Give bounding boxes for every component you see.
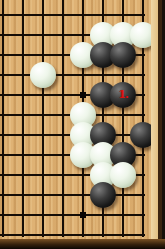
intersection[interactable] bbox=[13, 185, 33, 205]
intersection[interactable] bbox=[33, 85, 53, 105]
intersection[interactable] bbox=[33, 5, 53, 25]
intersection[interactable] bbox=[0, 165, 13, 185]
intersection[interactable] bbox=[0, 5, 13, 25]
intersection[interactable] bbox=[93, 185, 113, 205]
intersection[interactable] bbox=[73, 205, 93, 225]
intersection[interactable] bbox=[53, 85, 73, 105]
intersection[interactable] bbox=[33, 165, 53, 185]
intersection[interactable] bbox=[133, 45, 153, 65]
intersection[interactable] bbox=[133, 185, 153, 205]
intersection[interactable] bbox=[133, 205, 153, 225]
board-right-edge-shadow bbox=[162, 0, 165, 249]
board-grid: 1. bbox=[0, 5, 153, 245]
intersection[interactable] bbox=[133, 25, 153, 45]
intersection[interactable] bbox=[33, 25, 53, 45]
intersection[interactable] bbox=[0, 205, 13, 225]
intersection[interactable] bbox=[53, 165, 73, 185]
intersection[interactable] bbox=[13, 165, 33, 185]
go-board: 1. bbox=[0, 0, 165, 249]
intersection[interactable] bbox=[13, 85, 33, 105]
intersection[interactable] bbox=[113, 165, 133, 185]
board-right-edge-highlight bbox=[151, 0, 158, 249]
intersection[interactable] bbox=[133, 85, 153, 105]
intersection[interactable] bbox=[133, 125, 153, 145]
intersection[interactable] bbox=[13, 45, 33, 65]
intersection[interactable] bbox=[0, 85, 13, 105]
intersection[interactable] bbox=[13, 105, 33, 125]
intersection[interactable] bbox=[33, 145, 53, 165]
intersection[interactable] bbox=[53, 185, 73, 205]
intersection[interactable] bbox=[93, 205, 113, 225]
intersection[interactable] bbox=[113, 205, 133, 225]
intersection[interactable] bbox=[113, 105, 133, 125]
board-bottom-edge bbox=[0, 239, 165, 249]
intersection[interactable] bbox=[133, 65, 153, 85]
intersection[interactable] bbox=[53, 205, 73, 225]
intersection[interactable] bbox=[0, 45, 13, 65]
intersection[interactable] bbox=[13, 145, 33, 165]
intersection[interactable] bbox=[13, 205, 33, 225]
intersection[interactable] bbox=[33, 185, 53, 205]
intersection[interactable] bbox=[133, 165, 153, 185]
intersection[interactable] bbox=[13, 5, 33, 25]
intersection[interactable] bbox=[53, 25, 73, 45]
intersection[interactable] bbox=[13, 25, 33, 45]
intersection[interactable]: 1. bbox=[113, 85, 133, 105]
intersection[interactable] bbox=[0, 145, 13, 165]
intersection[interactable] bbox=[73, 5, 93, 25]
intersection[interactable] bbox=[113, 185, 133, 205]
intersection[interactable] bbox=[13, 125, 33, 145]
intersection[interactable] bbox=[133, 145, 153, 165]
intersection[interactable] bbox=[73, 65, 93, 85]
intersection[interactable] bbox=[33, 65, 53, 85]
intersection[interactable] bbox=[53, 5, 73, 25]
intersection[interactable] bbox=[0, 25, 13, 45]
intersection[interactable] bbox=[33, 105, 53, 125]
intersection[interactable] bbox=[0, 125, 13, 145]
intersection[interactable] bbox=[33, 125, 53, 145]
intersection[interactable] bbox=[53, 65, 73, 85]
intersection[interactable] bbox=[113, 45, 133, 65]
intersection[interactable] bbox=[0, 185, 13, 205]
intersection[interactable] bbox=[33, 205, 53, 225]
intersection[interactable] bbox=[0, 105, 13, 125]
intersection[interactable] bbox=[0, 65, 13, 85]
